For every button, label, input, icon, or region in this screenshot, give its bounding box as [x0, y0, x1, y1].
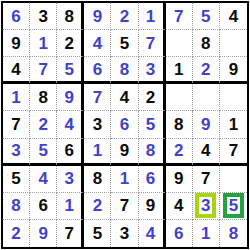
- cell-r7c9[interactable]: [220, 166, 247, 193]
- cell-r1c2[interactable]: 3: [30, 3, 57, 30]
- cell-r3c1[interactable]: 4: [3, 57, 30, 84]
- cell-r7c3[interactable]: 3: [57, 166, 84, 193]
- cell-r5c8[interactable]: 9: [193, 111, 220, 138]
- cell-r8c3[interactable]: 1: [57, 193, 84, 220]
- cell-r5c1[interactable]: 7: [3, 111, 30, 138]
- cell-r4c7[interactable]: [166, 84, 193, 111]
- cell-r7c6[interactable]: 6: [139, 166, 166, 193]
- cell-r7c1[interactable]: 5: [3, 166, 30, 193]
- entered-digit: 5: [38, 142, 47, 159]
- cell-r8c7[interactable]: 4: [166, 193, 193, 220]
- cell-r1c4[interactable]: 9: [84, 3, 111, 30]
- entered-digit: 2: [201, 61, 210, 78]
- given-digit: 4: [229, 8, 238, 25]
- cell-r1c1[interactable]: 6: [3, 3, 30, 30]
- given-digit: 4: [120, 89, 129, 106]
- cell-r9c4[interactable]: 5: [84, 220, 111, 247]
- given-digit: 9: [229, 61, 238, 78]
- given-digit: 1: [229, 116, 238, 133]
- cell-r3c4[interactable]: 6: [84, 57, 111, 84]
- entered-digit: 7: [174, 8, 183, 25]
- entered-digit: 4: [93, 35, 102, 52]
- entered-digit: 6: [146, 170, 155, 187]
- cell-r5c7[interactable]: 8: [166, 111, 193, 138]
- cell-r9c9[interactable]: 8: [220, 220, 247, 247]
- cell-r7c7[interactable]: 9: [166, 166, 193, 193]
- entered-digit: 6: [93, 61, 102, 78]
- cell-r3c8[interactable]: 2: [193, 57, 220, 84]
- cell-r2c8[interactable]: 8: [193, 30, 220, 57]
- cell-r7c8[interactable]: 7: [193, 166, 220, 193]
- given-digit: 7: [65, 225, 74, 242]
- given-digit: 4: [174, 197, 183, 214]
- entered-digit: 7: [93, 89, 102, 106]
- entered-digit: 1: [201, 225, 210, 242]
- entered-digit: 1: [93, 142, 102, 159]
- given-digit: 6: [65, 142, 74, 159]
- cell-r4c3[interactable]: 9: [57, 84, 84, 111]
- entered-digit: 1: [120, 170, 129, 187]
- cell-r5c2[interactable]: 2: [30, 111, 57, 138]
- cell-r6c8[interactable]: 4: [193, 139, 220, 166]
- given-digit: 8: [201, 35, 210, 52]
- entered-digit: 4: [146, 225, 155, 242]
- cell-r2c2[interactable]: 1: [30, 30, 57, 57]
- cell-r8c8[interactable]: 3: [193, 193, 220, 220]
- given-digit: 2: [65, 35, 74, 52]
- cell-r2c7[interactable]: [166, 30, 193, 57]
- entered-digit: 8: [146, 142, 155, 159]
- cell-r1c7[interactable]: 7: [166, 3, 193, 30]
- given-digit: 7: [201, 170, 210, 187]
- entered-digit: 5: [146, 116, 155, 133]
- entered-digit: 8: [11, 197, 20, 214]
- cell-r4c9[interactable]: [220, 84, 247, 111]
- given-digit: 5: [120, 35, 129, 52]
- highlighted-digit-lime: 3: [195, 193, 216, 218]
- entered-digit: 7: [146, 35, 155, 52]
- given-digit: 8: [65, 8, 74, 25]
- cell-r6c7[interactable]: 2: [166, 139, 193, 166]
- cell-r9c1[interactable]: 2: [3, 220, 30, 247]
- cell-r8c9[interactable]: 5: [220, 193, 247, 220]
- entered-digit: 1: [65, 197, 74, 214]
- cell-r5c3[interactable]: 4: [57, 111, 84, 138]
- entered-digit: 4: [65, 116, 74, 133]
- entered-digit: 9: [38, 225, 47, 242]
- cell-r1c9[interactable]: 4: [220, 3, 247, 30]
- cell-r2c3[interactable]: 2: [57, 30, 84, 57]
- sudoku-board: 6389217549124578475683129189742724365891…: [1, 1, 249, 249]
- entered-digit: 2: [174, 142, 183, 159]
- cell-r2c9[interactable]: [220, 30, 247, 57]
- given-digit: 5: [93, 225, 102, 242]
- cell-r3c2[interactable]: 7: [30, 57, 57, 84]
- cell-r7c2[interactable]: 4: [30, 166, 57, 193]
- cell-r9c6[interactable]: 4: [139, 220, 166, 247]
- cell-r5c9[interactable]: 1: [220, 111, 247, 138]
- cell-r4c8[interactable]: [193, 84, 220, 111]
- given-digit: 7: [120, 197, 129, 214]
- given-digit: 5: [11, 170, 20, 187]
- entered-digit: 1: [38, 35, 47, 52]
- given-digit: 3: [38, 8, 47, 25]
- cell-r8c5[interactable]: 7: [111, 193, 138, 220]
- cell-r1c6[interactable]: 1: [139, 3, 166, 30]
- cell-r2c4[interactable]: 4: [84, 30, 111, 57]
- cell-r2c5[interactable]: 5: [111, 30, 138, 57]
- given-digit: 9: [146, 197, 155, 214]
- entered-digit: 9: [201, 116, 210, 133]
- given-digit: 8: [93, 170, 102, 187]
- entered-digit: 5: [65, 61, 74, 78]
- cell-r6c1[interactable]: 3: [3, 139, 30, 166]
- entered-digit: 9: [65, 89, 74, 106]
- entered-digit: 6: [174, 225, 183, 242]
- entered-digit: 1: [146, 8, 155, 25]
- cell-r4c4[interactable]: 7: [84, 84, 111, 111]
- cell-r3c7[interactable]: 1: [166, 57, 193, 84]
- cell-r7c5[interactable]: 1: [111, 166, 138, 193]
- entered-digit: 1: [11, 89, 20, 106]
- given-digit: 4: [11, 61, 20, 78]
- cell-r8c2[interactable]: 6: [30, 193, 57, 220]
- given-digit: 9: [174, 170, 183, 187]
- given-digit: 7: [229, 142, 238, 159]
- cell-r2c6[interactable]: 7: [139, 30, 166, 57]
- given-digit: 8: [38, 89, 47, 106]
- entered-digit: 2: [120, 8, 129, 25]
- given-digit: 2: [146, 89, 155, 106]
- entered-digit: 2: [38, 116, 47, 133]
- cell-r4c6[interactable]: 2: [139, 84, 166, 111]
- cell-r9c5[interactable]: 3: [111, 220, 138, 247]
- cell-r8c1[interactable]: 8: [3, 193, 30, 220]
- cell-r6c2[interactable]: 5: [30, 139, 57, 166]
- cell-r6c5[interactable]: 9: [111, 139, 138, 166]
- cell-r1c5[interactable]: 2: [111, 3, 138, 30]
- entered-digit: 5: [201, 8, 210, 25]
- highlighted-digit-green: 5: [223, 193, 244, 218]
- entered-digit: 3: [11, 142, 20, 159]
- cell-r1c8[interactable]: 5: [193, 3, 220, 30]
- entered-digit: 9: [93, 8, 102, 25]
- cell-r9c3[interactable]: 7: [57, 220, 84, 247]
- cell-r9c2[interactable]: 9: [30, 220, 57, 247]
- cell-r6c6[interactable]: 8: [139, 139, 166, 166]
- given-digit: 3: [93, 116, 102, 133]
- entered-digit: 4: [38, 170, 47, 187]
- cell-r2c1[interactable]: 9: [3, 30, 30, 57]
- cell-r5c5[interactable]: 6: [111, 111, 138, 138]
- given-digit: 9: [11, 35, 20, 52]
- given-digit: 9: [120, 142, 129, 159]
- cell-r4c5[interactable]: 4: [111, 84, 138, 111]
- cell-r5c6[interactable]: 5: [139, 111, 166, 138]
- cell-r6c4[interactable]: 1: [84, 139, 111, 166]
- given-digit: 3: [120, 225, 129, 242]
- cell-r9c7[interactable]: 6: [166, 220, 193, 247]
- given-digit: 4: [201, 142, 210, 159]
- entered-digit: 3: [65, 170, 74, 187]
- entered-digit: 8: [120, 61, 129, 78]
- entered-digit: 6: [120, 116, 129, 133]
- cell-r3c6[interactable]: 3: [139, 57, 166, 84]
- entered-digit: 3: [146, 61, 155, 78]
- cell-r9c8[interactable]: 1: [193, 220, 220, 247]
- cell-r1c3[interactable]: 8: [57, 3, 84, 30]
- cell-r5c4[interactable]: 3: [84, 111, 111, 138]
- entered-digit: 6: [11, 8, 20, 25]
- cell-r4c2[interactable]: 8: [30, 84, 57, 111]
- cell-r8c4[interactable]: 2: [84, 193, 111, 220]
- entered-digit: 2: [93, 197, 102, 214]
- entered-digit: 8: [229, 225, 238, 242]
- given-digit: 7: [11, 116, 20, 133]
- cell-r7c4[interactable]: 8: [84, 166, 111, 193]
- cell-r4c1[interactable]: 1: [3, 84, 30, 111]
- cell-r3c5[interactable]: 8: [111, 57, 138, 84]
- given-digit: 6: [38, 197, 47, 214]
- cell-r3c9[interactable]: 9: [220, 57, 247, 84]
- given-digit: 8: [174, 116, 183, 133]
- cell-r6c9[interactable]: 7: [220, 139, 247, 166]
- cell-r6c3[interactable]: 6: [57, 139, 84, 166]
- cell-r8c6[interactable]: 9: [139, 193, 166, 220]
- entered-digit: 2: [11, 225, 20, 242]
- given-digit: 1: [174, 61, 183, 78]
- cell-r3c3[interactable]: 5: [57, 57, 84, 84]
- entered-digit: 7: [38, 61, 47, 78]
